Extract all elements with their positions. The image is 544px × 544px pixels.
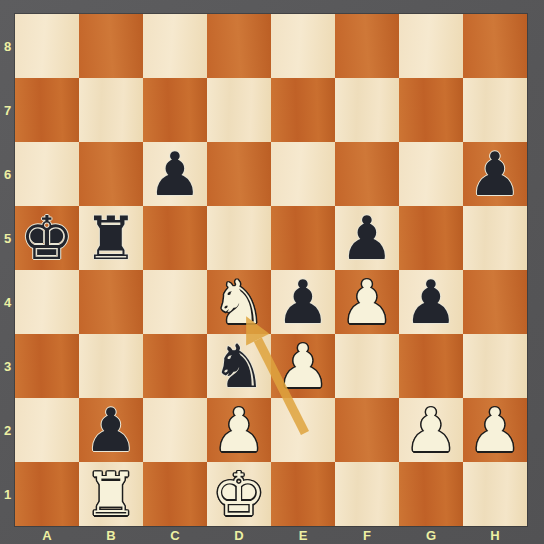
square-c5[interactable] xyxy=(143,206,207,270)
black-pawn-h6[interactable]: ♟ xyxy=(463,142,527,206)
square-c3[interactable] xyxy=(143,334,207,398)
square-a6[interactable] xyxy=(15,142,79,206)
square-f6[interactable] xyxy=(335,142,399,206)
square-d4[interactable]: ♞ xyxy=(207,270,271,334)
square-h1[interactable] xyxy=(463,462,527,526)
file-label-g: G xyxy=(399,527,463,544)
black-rook-b5[interactable]: ♜ xyxy=(79,206,143,270)
square-a3[interactable] xyxy=(15,334,79,398)
square-g1[interactable] xyxy=(399,462,463,526)
square-h3[interactable] xyxy=(463,334,527,398)
rank-label-5: 5 xyxy=(0,206,15,270)
square-g6[interactable] xyxy=(399,142,463,206)
square-d2[interactable]: ♟ xyxy=(207,398,271,462)
black-pawn-b2[interactable]: ♟ xyxy=(79,398,143,462)
black-pawn-g4[interactable]: ♟ xyxy=(399,270,463,334)
square-c2[interactable] xyxy=(143,398,207,462)
square-d6[interactable] xyxy=(207,142,271,206)
white-pawn-f4[interactable]: ♟ xyxy=(335,270,399,334)
file-label-c: C xyxy=(143,527,207,544)
white-pawn-g2[interactable]: ♟ xyxy=(399,398,463,462)
white-pawn-e3[interactable]: ♟ xyxy=(271,334,335,398)
square-g8[interactable] xyxy=(399,14,463,78)
white-pawn-d2[interactable]: ♟ xyxy=(207,398,271,462)
square-f7[interactable] xyxy=(335,78,399,142)
square-f2[interactable] xyxy=(335,398,399,462)
file-label-b: B xyxy=(79,527,143,544)
square-a8[interactable] xyxy=(15,14,79,78)
square-d5[interactable] xyxy=(207,206,271,270)
rank-label-3: 3 xyxy=(0,334,15,398)
square-h7[interactable] xyxy=(463,78,527,142)
rank-label-8: 8 xyxy=(0,14,15,78)
square-b1[interactable]: ♜ xyxy=(79,462,143,526)
square-g4[interactable]: ♟ xyxy=(399,270,463,334)
file-label-f: F xyxy=(335,527,399,544)
file-label-e: E xyxy=(271,527,335,544)
square-e7[interactable] xyxy=(271,78,335,142)
square-b3[interactable] xyxy=(79,334,143,398)
square-a1[interactable] xyxy=(15,462,79,526)
square-e6[interactable] xyxy=(271,142,335,206)
rank-label-6: 6 xyxy=(0,142,15,206)
square-g3[interactable] xyxy=(399,334,463,398)
square-e4[interactable]: ♟ xyxy=(271,270,335,334)
square-e8[interactable] xyxy=(271,14,335,78)
file-labels: ABCDEFGH xyxy=(15,527,527,544)
black-pawn-c6[interactable]: ♟ xyxy=(143,142,207,206)
square-c7[interactable] xyxy=(143,78,207,142)
square-c1[interactable] xyxy=(143,462,207,526)
white-pawn-h2[interactable]: ♟ xyxy=(463,398,527,462)
board-frame: 87654321 ABCDEFGH ♟♟♚♜♟♞♟♟♟♞♟♟♟♟♟♜♚ xyxy=(0,0,544,544)
file-label-a: A xyxy=(15,527,79,544)
square-c6[interactable]: ♟ xyxy=(143,142,207,206)
square-f5[interactable]: ♟ xyxy=(335,206,399,270)
square-e3[interactable]: ♟ xyxy=(271,334,335,398)
square-e2[interactable] xyxy=(271,398,335,462)
rank-label-1: 1 xyxy=(0,462,15,526)
rank-label-2: 2 xyxy=(0,398,15,462)
square-f4[interactable]: ♟ xyxy=(335,270,399,334)
square-b2[interactable]: ♟ xyxy=(79,398,143,462)
square-b7[interactable] xyxy=(79,78,143,142)
square-g7[interactable] xyxy=(399,78,463,142)
square-h8[interactable] xyxy=(463,14,527,78)
square-h4[interactable] xyxy=(463,270,527,334)
rank-label-4: 4 xyxy=(0,270,15,334)
white-rook-b1[interactable]: ♜ xyxy=(79,462,143,526)
chess-board: ♟♟♚♜♟♞♟♟♟♞♟♟♟♟♟♜♚ xyxy=(15,14,527,526)
square-g2[interactable]: ♟ xyxy=(399,398,463,462)
square-d7[interactable] xyxy=(207,78,271,142)
square-e5[interactable] xyxy=(271,206,335,270)
white-king-d1[interactable]: ♚ xyxy=(207,462,271,526)
rank-labels: 87654321 xyxy=(0,14,15,526)
square-b8[interactable] xyxy=(79,14,143,78)
square-d3[interactable]: ♞ xyxy=(207,334,271,398)
square-c8[interactable] xyxy=(143,14,207,78)
square-a4[interactable] xyxy=(15,270,79,334)
square-b6[interactable] xyxy=(79,142,143,206)
square-b5[interactable]: ♜ xyxy=(79,206,143,270)
rank-label-7: 7 xyxy=(0,78,15,142)
square-f3[interactable] xyxy=(335,334,399,398)
file-label-d: D xyxy=(207,527,271,544)
square-d1[interactable]: ♚ xyxy=(207,462,271,526)
square-a7[interactable] xyxy=(15,78,79,142)
square-h5[interactable] xyxy=(463,206,527,270)
black-pawn-f5[interactable]: ♟ xyxy=(335,206,399,270)
square-d8[interactable] xyxy=(207,14,271,78)
square-f1[interactable] xyxy=(335,462,399,526)
square-b4[interactable] xyxy=(79,270,143,334)
square-f8[interactable] xyxy=(335,14,399,78)
black-king-a5[interactable]: ♚ xyxy=(15,206,79,270)
black-knight-d3[interactable]: ♞ xyxy=(207,334,271,398)
square-h2[interactable]: ♟ xyxy=(463,398,527,462)
square-g5[interactable] xyxy=(399,206,463,270)
square-a2[interactable] xyxy=(15,398,79,462)
file-label-h: H xyxy=(463,527,527,544)
square-h6[interactable]: ♟ xyxy=(463,142,527,206)
white-knight-d4[interactable]: ♞ xyxy=(207,270,271,334)
square-e1[interactable] xyxy=(271,462,335,526)
black-pawn-e4[interactable]: ♟ xyxy=(271,270,335,334)
square-c4[interactable] xyxy=(143,270,207,334)
square-a5[interactable]: ♚ xyxy=(15,206,79,270)
